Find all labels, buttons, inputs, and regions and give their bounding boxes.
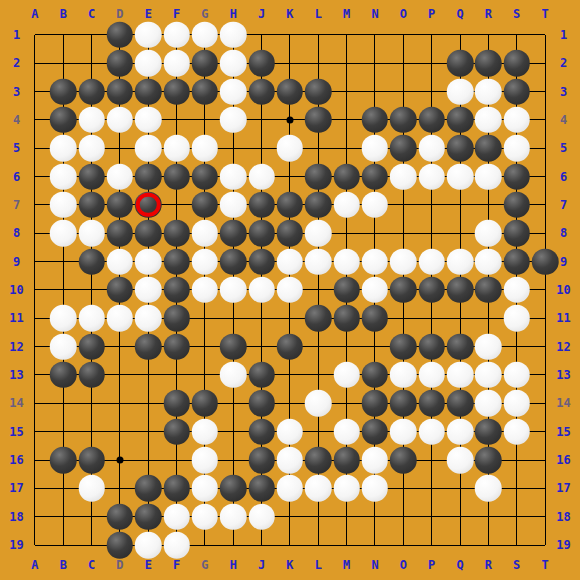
point-S13[interactable]: [503, 361, 531, 389]
point-M16[interactable]: [332, 446, 360, 474]
point-F7[interactable]: [162, 191, 190, 219]
point-C17[interactable]: [77, 474, 105, 502]
point-S15[interactable]: [503, 418, 531, 446]
point-K8[interactable]: [276, 219, 304, 247]
point-H19[interactable]: [219, 531, 247, 559]
point-H12[interactable]: [219, 332, 247, 360]
point-N10[interactable]: [361, 276, 389, 304]
point-E3[interactable]: [134, 77, 162, 105]
point-H6[interactable]: [219, 162, 247, 190]
point-J18[interactable]: [247, 503, 275, 531]
point-J4[interactable]: [247, 106, 275, 134]
point-C4[interactable]: [77, 106, 105, 134]
point-P6[interactable]: [418, 162, 446, 190]
point-N11[interactable]: [361, 304, 389, 332]
point-J11[interactable]: [247, 304, 275, 332]
point-K9[interactable]: [276, 247, 304, 275]
point-P5[interactable]: [418, 134, 446, 162]
point-C7[interactable]: [77, 191, 105, 219]
point-M6[interactable]: [332, 162, 360, 190]
point-M3[interactable]: [332, 77, 360, 105]
point-N13[interactable]: [361, 361, 389, 389]
point-C15[interactable]: [77, 418, 105, 446]
point-G3[interactable]: [191, 77, 219, 105]
point-O12[interactable]: [389, 332, 417, 360]
point-Q10[interactable]: [446, 276, 474, 304]
point-D7[interactable]: [106, 191, 134, 219]
point-N7[interactable]: [361, 191, 389, 219]
point-T14[interactable]: [531, 389, 559, 417]
point-N19[interactable]: [361, 531, 389, 559]
point-S12[interactable]: [503, 332, 531, 360]
point-G2[interactable]: [191, 49, 219, 77]
point-Q8[interactable]: [446, 219, 474, 247]
point-J2[interactable]: [247, 49, 275, 77]
point-C1[interactable]: [77, 21, 105, 49]
point-A12[interactable]: [21, 332, 49, 360]
point-R12[interactable]: [474, 332, 502, 360]
point-D2[interactable]: [106, 49, 134, 77]
point-L18[interactable]: [304, 503, 332, 531]
point-Q9[interactable]: [446, 247, 474, 275]
point-H5[interactable]: [219, 134, 247, 162]
point-E12[interactable]: [134, 332, 162, 360]
point-K18[interactable]: [276, 503, 304, 531]
point-P12[interactable]: [418, 332, 446, 360]
point-B7[interactable]: [49, 191, 77, 219]
point-Q3[interactable]: [446, 77, 474, 105]
point-F19[interactable]: [162, 531, 190, 559]
point-A5[interactable]: [21, 134, 49, 162]
point-P2[interactable]: [418, 49, 446, 77]
point-G16[interactable]: [191, 446, 219, 474]
point-C3[interactable]: [77, 77, 105, 105]
point-T16[interactable]: [531, 446, 559, 474]
point-S19[interactable]: [503, 531, 531, 559]
point-O7[interactable]: [389, 191, 417, 219]
point-N15[interactable]: [361, 418, 389, 446]
point-T19[interactable]: [531, 531, 559, 559]
point-N14[interactable]: [361, 389, 389, 417]
point-H1[interactable]: [219, 21, 247, 49]
point-F14[interactable]: [162, 389, 190, 417]
point-D14[interactable]: [106, 389, 134, 417]
point-B1[interactable]: [49, 21, 77, 49]
point-R9[interactable]: [474, 247, 502, 275]
point-J8[interactable]: [247, 219, 275, 247]
point-R5[interactable]: [474, 134, 502, 162]
point-O15[interactable]: [389, 418, 417, 446]
point-K13[interactable]: [276, 361, 304, 389]
point-L19[interactable]: [304, 531, 332, 559]
point-E6[interactable]: [134, 162, 162, 190]
point-E11[interactable]: [134, 304, 162, 332]
point-H9[interactable]: [219, 247, 247, 275]
point-N8[interactable]: [361, 219, 389, 247]
point-S11[interactable]: [503, 304, 531, 332]
point-K3[interactable]: [276, 77, 304, 105]
point-Q2[interactable]: [446, 49, 474, 77]
point-S8[interactable]: [503, 219, 531, 247]
point-O9[interactable]: [389, 247, 417, 275]
point-B10[interactable]: [49, 276, 77, 304]
point-Q1[interactable]: [446, 21, 474, 49]
point-S7[interactable]: [503, 191, 531, 219]
point-Q19[interactable]: [446, 531, 474, 559]
point-L15[interactable]: [304, 418, 332, 446]
point-N1[interactable]: [361, 21, 389, 49]
point-S9[interactable]: [503, 247, 531, 275]
point-P13[interactable]: [418, 361, 446, 389]
point-J14[interactable]: [247, 389, 275, 417]
point-A15[interactable]: [21, 418, 49, 446]
point-G1[interactable]: [191, 21, 219, 49]
point-B14[interactable]: [49, 389, 77, 417]
point-S5[interactable]: [503, 134, 531, 162]
point-H7[interactable]: [219, 191, 247, 219]
point-E17[interactable]: [134, 474, 162, 502]
point-C14[interactable]: [77, 389, 105, 417]
point-Q12[interactable]: [446, 332, 474, 360]
point-S18[interactable]: [503, 503, 531, 531]
point-F10[interactable]: [162, 276, 190, 304]
point-R11[interactable]: [474, 304, 502, 332]
point-G13[interactable]: [191, 361, 219, 389]
point-L16[interactable]: [304, 446, 332, 474]
point-P1[interactable]: [418, 21, 446, 49]
point-D18[interactable]: [106, 503, 134, 531]
point-L5[interactable]: [304, 134, 332, 162]
point-B17[interactable]: [49, 474, 77, 502]
point-T17[interactable]: [531, 474, 559, 502]
point-N5[interactable]: [361, 134, 389, 162]
point-A10[interactable]: [21, 276, 49, 304]
point-T9[interactable]: [531, 247, 559, 275]
point-O4[interactable]: [389, 106, 417, 134]
point-M4[interactable]: [332, 106, 360, 134]
point-R3[interactable]: [474, 77, 502, 105]
point-A4[interactable]: [21, 106, 49, 134]
point-Q16[interactable]: [446, 446, 474, 474]
point-R2[interactable]: [474, 49, 502, 77]
point-K1[interactable]: [276, 21, 304, 49]
point-B12[interactable]: [49, 332, 77, 360]
point-O8[interactable]: [389, 219, 417, 247]
point-H15[interactable]: [219, 418, 247, 446]
point-B4[interactable]: [49, 106, 77, 134]
point-G19[interactable]: [191, 531, 219, 559]
point-D12[interactable]: [106, 332, 134, 360]
point-H3[interactable]: [219, 77, 247, 105]
point-L9[interactable]: [304, 247, 332, 275]
point-F9[interactable]: [162, 247, 190, 275]
point-E16[interactable]: [134, 446, 162, 474]
point-M8[interactable]: [332, 219, 360, 247]
point-L11[interactable]: [304, 304, 332, 332]
point-B9[interactable]: [49, 247, 77, 275]
point-M9[interactable]: [332, 247, 360, 275]
point-D8[interactable]: [106, 219, 134, 247]
point-M15[interactable]: [332, 418, 360, 446]
point-G6[interactable]: [191, 162, 219, 190]
point-O5[interactable]: [389, 134, 417, 162]
point-Q4[interactable]: [446, 106, 474, 134]
point-D13[interactable]: [106, 361, 134, 389]
point-Q14[interactable]: [446, 389, 474, 417]
point-J13[interactable]: [247, 361, 275, 389]
point-T5[interactable]: [531, 134, 559, 162]
point-T1[interactable]: [531, 21, 559, 49]
point-T3[interactable]: [531, 77, 559, 105]
point-H17[interactable]: [219, 474, 247, 502]
point-M2[interactable]: [332, 49, 360, 77]
point-D5[interactable]: [106, 134, 134, 162]
point-A19[interactable]: [21, 531, 49, 559]
point-S3[interactable]: [503, 77, 531, 105]
point-P17[interactable]: [418, 474, 446, 502]
point-T13[interactable]: [531, 361, 559, 389]
point-F8[interactable]: [162, 219, 190, 247]
point-K7[interactable]: [276, 191, 304, 219]
point-O10[interactable]: [389, 276, 417, 304]
point-A13[interactable]: [21, 361, 49, 389]
point-D16[interactable]: [106, 446, 134, 474]
point-E15[interactable]: [134, 418, 162, 446]
point-T18[interactable]: [531, 503, 559, 531]
point-A6[interactable]: [21, 162, 49, 190]
point-C6[interactable]: [77, 162, 105, 190]
point-R15[interactable]: [474, 418, 502, 446]
point-D19[interactable]: [106, 531, 134, 559]
point-M17[interactable]: [332, 474, 360, 502]
point-A8[interactable]: [21, 219, 49, 247]
point-P3[interactable]: [418, 77, 446, 105]
point-G4[interactable]: [191, 106, 219, 134]
point-M11[interactable]: [332, 304, 360, 332]
point-G9[interactable]: [191, 247, 219, 275]
point-N16[interactable]: [361, 446, 389, 474]
point-O16[interactable]: [389, 446, 417, 474]
point-K14[interactable]: [276, 389, 304, 417]
point-F12[interactable]: [162, 332, 190, 360]
point-F13[interactable]: [162, 361, 190, 389]
point-F11[interactable]: [162, 304, 190, 332]
point-K6[interactable]: [276, 162, 304, 190]
point-D11[interactable]: [106, 304, 134, 332]
point-D4[interactable]: [106, 106, 134, 134]
point-E19[interactable]: [134, 531, 162, 559]
point-C13[interactable]: [77, 361, 105, 389]
point-J15[interactable]: [247, 418, 275, 446]
point-R8[interactable]: [474, 219, 502, 247]
point-K4[interactable]: [276, 106, 304, 134]
point-L10[interactable]: [304, 276, 332, 304]
point-S16[interactable]: [503, 446, 531, 474]
point-J19[interactable]: [247, 531, 275, 559]
point-J7[interactable]: [247, 191, 275, 219]
point-N18[interactable]: [361, 503, 389, 531]
point-J17[interactable]: [247, 474, 275, 502]
point-G18[interactable]: [191, 503, 219, 531]
point-Q5[interactable]: [446, 134, 474, 162]
point-S4[interactable]: [503, 106, 531, 134]
point-S2[interactable]: [503, 49, 531, 77]
point-L2[interactable]: [304, 49, 332, 77]
point-A16[interactable]: [21, 446, 49, 474]
point-E18[interactable]: [134, 503, 162, 531]
point-D17[interactable]: [106, 474, 134, 502]
point-S1[interactable]: [503, 21, 531, 49]
point-O13[interactable]: [389, 361, 417, 389]
point-N9[interactable]: [361, 247, 389, 275]
point-G12[interactable]: [191, 332, 219, 360]
point-A14[interactable]: [21, 389, 49, 417]
point-E13[interactable]: [134, 361, 162, 389]
point-F3[interactable]: [162, 77, 190, 105]
point-H2[interactable]: [219, 49, 247, 77]
point-C10[interactable]: [77, 276, 105, 304]
point-C16[interactable]: [77, 446, 105, 474]
point-R16[interactable]: [474, 446, 502, 474]
point-R4[interactable]: [474, 106, 502, 134]
point-S17[interactable]: [503, 474, 531, 502]
point-J12[interactable]: [247, 332, 275, 360]
point-C5[interactable]: [77, 134, 105, 162]
point-R18[interactable]: [474, 503, 502, 531]
point-O2[interactable]: [389, 49, 417, 77]
point-E8[interactable]: [134, 219, 162, 247]
point-H16[interactable]: [219, 446, 247, 474]
point-L13[interactable]: [304, 361, 332, 389]
point-R1[interactable]: [474, 21, 502, 49]
point-C8[interactable]: [77, 219, 105, 247]
point-S6[interactable]: [503, 162, 531, 190]
point-P4[interactable]: [418, 106, 446, 134]
point-O18[interactable]: [389, 503, 417, 531]
point-C9[interactable]: [77, 247, 105, 275]
point-J16[interactable]: [247, 446, 275, 474]
point-H8[interactable]: [219, 219, 247, 247]
point-C11[interactable]: [77, 304, 105, 332]
point-A1[interactable]: [21, 21, 49, 49]
point-L7[interactable]: [304, 191, 332, 219]
point-F16[interactable]: [162, 446, 190, 474]
point-F6[interactable]: [162, 162, 190, 190]
point-A17[interactable]: [21, 474, 49, 502]
point-O14[interactable]: [389, 389, 417, 417]
point-N2[interactable]: [361, 49, 389, 77]
point-J3[interactable]: [247, 77, 275, 105]
point-E9[interactable]: [134, 247, 162, 275]
point-M10[interactable]: [332, 276, 360, 304]
point-L4[interactable]: [304, 106, 332, 134]
point-M5[interactable]: [332, 134, 360, 162]
point-P7[interactable]: [418, 191, 446, 219]
point-M18[interactable]: [332, 503, 360, 531]
point-L14[interactable]: [304, 389, 332, 417]
point-R19[interactable]: [474, 531, 502, 559]
point-T7[interactable]: [531, 191, 559, 219]
point-Q6[interactable]: [446, 162, 474, 190]
point-O19[interactable]: [389, 531, 417, 559]
point-T6[interactable]: [531, 162, 559, 190]
point-T11[interactable]: [531, 304, 559, 332]
point-G7[interactable]: [191, 191, 219, 219]
point-E10[interactable]: [134, 276, 162, 304]
point-E2[interactable]: [134, 49, 162, 77]
point-R13[interactable]: [474, 361, 502, 389]
point-F2[interactable]: [162, 49, 190, 77]
point-D3[interactable]: [106, 77, 134, 105]
point-P18[interactable]: [418, 503, 446, 531]
point-P9[interactable]: [418, 247, 446, 275]
point-K5[interactable]: [276, 134, 304, 162]
point-K2[interactable]: [276, 49, 304, 77]
point-R7[interactable]: [474, 191, 502, 219]
point-A3[interactable]: [21, 77, 49, 105]
point-Q17[interactable]: [446, 474, 474, 502]
point-A18[interactable]: [21, 503, 49, 531]
point-D10[interactable]: [106, 276, 134, 304]
point-E5[interactable]: [134, 134, 162, 162]
point-H10[interactable]: [219, 276, 247, 304]
point-K11[interactable]: [276, 304, 304, 332]
point-Q18[interactable]: [446, 503, 474, 531]
point-E7[interactable]: [134, 191, 162, 219]
point-G5[interactable]: [191, 134, 219, 162]
point-P11[interactable]: [418, 304, 446, 332]
point-M19[interactable]: [332, 531, 360, 559]
point-F1[interactable]: [162, 21, 190, 49]
point-O6[interactable]: [389, 162, 417, 190]
point-Q13[interactable]: [446, 361, 474, 389]
point-K19[interactable]: [276, 531, 304, 559]
point-H18[interactable]: [219, 503, 247, 531]
point-L8[interactable]: [304, 219, 332, 247]
point-C19[interactable]: [77, 531, 105, 559]
point-B11[interactable]: [49, 304, 77, 332]
point-N3[interactable]: [361, 77, 389, 105]
point-P10[interactable]: [418, 276, 446, 304]
point-Q15[interactable]: [446, 418, 474, 446]
point-Q7[interactable]: [446, 191, 474, 219]
point-O11[interactable]: [389, 304, 417, 332]
point-L17[interactable]: [304, 474, 332, 502]
point-K15[interactable]: [276, 418, 304, 446]
point-C2[interactable]: [77, 49, 105, 77]
point-J1[interactable]: [247, 21, 275, 49]
point-R14[interactable]: [474, 389, 502, 417]
point-G15[interactable]: [191, 418, 219, 446]
point-M7[interactable]: [332, 191, 360, 219]
point-J6[interactable]: [247, 162, 275, 190]
point-F4[interactable]: [162, 106, 190, 134]
point-B18[interactable]: [49, 503, 77, 531]
point-O1[interactable]: [389, 21, 417, 49]
point-F17[interactable]: [162, 474, 190, 502]
point-A7[interactable]: [21, 191, 49, 219]
point-L1[interactable]: [304, 21, 332, 49]
point-H13[interactable]: [219, 361, 247, 389]
point-B8[interactable]: [49, 219, 77, 247]
point-T15[interactable]: [531, 418, 559, 446]
point-T4[interactable]: [531, 106, 559, 134]
point-E14[interactable]: [134, 389, 162, 417]
point-H4[interactable]: [219, 106, 247, 134]
point-E1[interactable]: [134, 21, 162, 49]
point-N4[interactable]: [361, 106, 389, 134]
point-L3[interactable]: [304, 77, 332, 105]
